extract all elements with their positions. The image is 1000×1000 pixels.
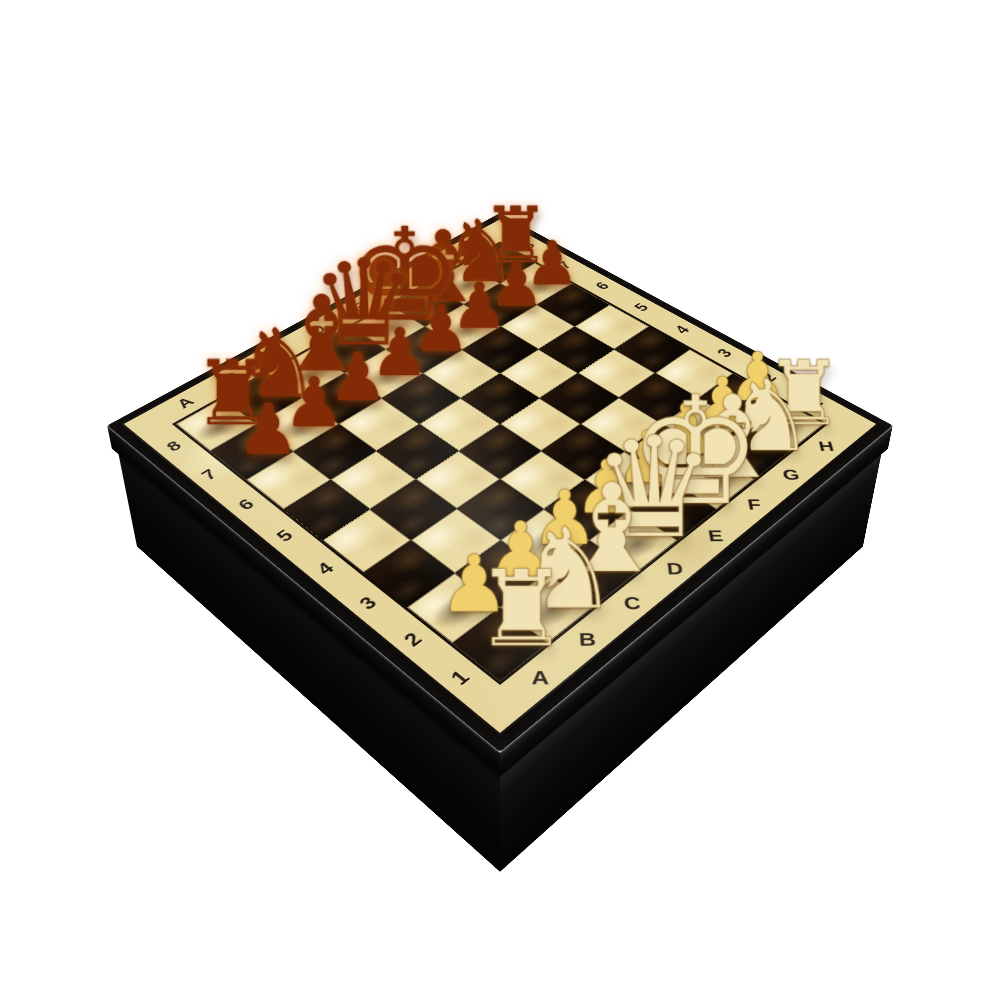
product-photo-scene: ABCDEFGH ABCDEFGH 12345678 12345678 ♜♞♝♛…	[0, 0, 1000, 1000]
light-rook-a1[interactable]: ♜	[475, 560, 569, 660]
board-surface: ABCDEFGH ABCDEFGH 12345678 12345678 ♜♞♝♛…	[121, 218, 879, 736]
label-file-a: A	[505, 660, 576, 694]
dark-pawn-a7[interactable]: ♟	[236, 397, 299, 464]
chess-board: ABCDEFGH ABCDEFGH 12345678 12345678 ♜♞♝♛…	[121, 218, 879, 736]
perspective-wrapper: ABCDEFGH ABCDEFGH 12345678 12345678 ♜♞♝♛…	[0, 0, 1000, 1000]
